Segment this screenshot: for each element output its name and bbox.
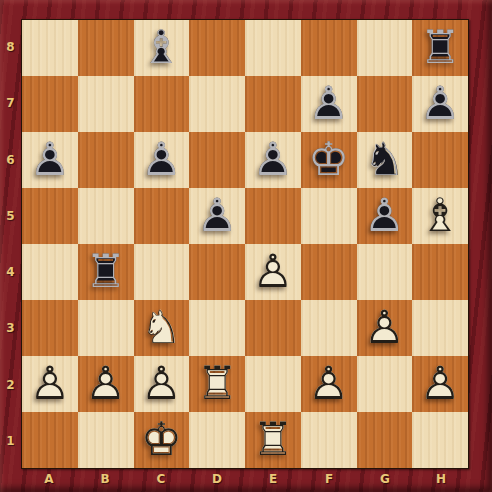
square-f3[interactable]: [301, 300, 357, 356]
square-e2[interactable]: [245, 356, 301, 412]
piece-black-pawn[interactable]: ♟♙: [189, 188, 245, 244]
square-a3[interactable]: [22, 300, 78, 356]
square-c1[interactable]: ♚♔: [134, 412, 190, 468]
piece-black-pawn[interactable]: ♟♙: [357, 188, 413, 244]
piece-white-pawn[interactable]: ♟♙: [134, 356, 190, 412]
square-g8[interactable]: [357, 20, 413, 76]
rank-label-3: 3: [0, 300, 21, 356]
pawn-glyph-outline: ♙: [412, 80, 468, 126]
square-b6[interactable]: [78, 132, 134, 188]
square-h4[interactable]: [412, 244, 468, 300]
square-c8[interactable]: ♝♗: [134, 20, 190, 76]
square-h5[interactable]: ♝♗: [412, 188, 468, 244]
square-a1[interactable]: [22, 412, 78, 468]
square-f6[interactable]: ♚♔: [301, 132, 357, 188]
piece-white-rook[interactable]: ♜♖: [245, 412, 301, 468]
square-g7[interactable]: [357, 76, 413, 132]
pawn-glyph-outline: ♙: [245, 136, 301, 182]
file-label-a: A: [21, 468, 77, 491]
chess-board-frame: ♝♗♜♖♟♙♟♙♟♙♟♙♟♙♚♔♞♘♟♙♟♙♝♗♜♖♟♙♞♘♟♙♟♙♟♙♟♙♜♖…: [0, 0, 492, 492]
square-e1[interactable]: ♜♖: [245, 412, 301, 468]
square-f7[interactable]: ♟♙: [301, 76, 357, 132]
rank-label-2: 2: [0, 357, 21, 413]
piece-black-pawn[interactable]: ♟♙: [134, 132, 190, 188]
square-g3[interactable]: ♟♙: [357, 300, 413, 356]
square-d4[interactable]: [189, 244, 245, 300]
square-d7[interactable]: [189, 76, 245, 132]
chess-board: ♝♗♜♖♟♙♟♙♟♙♟♙♟♙♚♔♞♘♟♙♟♙♝♗♜♖♟♙♞♘♟♙♟♙♟♙♟♙♜♖…: [21, 19, 469, 469]
rank-label-5: 5: [0, 188, 21, 244]
square-c5[interactable]: [134, 188, 190, 244]
rank-label-6: 6: [0, 132, 21, 188]
square-e6[interactable]: ♟♙: [245, 132, 301, 188]
piece-black-pawn[interactable]: ♟♙: [22, 132, 78, 188]
square-d1[interactable]: [189, 412, 245, 468]
piece-black-pawn[interactable]: ♟♙: [245, 132, 301, 188]
file-label-d: D: [189, 468, 245, 491]
pawn-glyph-outline: ♙: [412, 360, 468, 406]
square-h8[interactable]: ♜♖: [412, 20, 468, 76]
square-g1[interactable]: [357, 412, 413, 468]
rank-label-8: 8: [0, 19, 21, 75]
pawn-glyph-outline: ♙: [357, 304, 413, 350]
square-g4[interactable]: [357, 244, 413, 300]
square-g6[interactable]: ♞♘: [357, 132, 413, 188]
square-d2[interactable]: ♜♖: [189, 356, 245, 412]
piece-white-pawn[interactable]: ♟♙: [357, 300, 413, 356]
square-d8[interactable]: [189, 20, 245, 76]
square-e5[interactable]: [245, 188, 301, 244]
piece-black-rook[interactable]: ♜♖: [412, 20, 468, 76]
square-g5[interactable]: ♟♙: [357, 188, 413, 244]
pawn-glyph-outline: ♙: [134, 360, 190, 406]
rook-glyph-outline: ♖: [245, 416, 301, 462]
square-e4[interactable]: ♟♙: [245, 244, 301, 300]
file-label-f: F: [301, 468, 357, 491]
square-a5[interactable]: [22, 188, 78, 244]
king-glyph-outline: ♔: [301, 136, 357, 182]
square-c3[interactable]: ♞♘: [134, 300, 190, 356]
file-label-c: C: [133, 468, 189, 491]
square-a6[interactable]: ♟♙: [22, 132, 78, 188]
pawn-glyph-outline: ♙: [245, 248, 301, 294]
rank-label-4: 4: [0, 244, 21, 300]
square-a2[interactable]: ♟♙: [22, 356, 78, 412]
square-d6[interactable]: [189, 132, 245, 188]
piece-black-king[interactable]: ♚♔: [301, 132, 357, 188]
square-b8[interactable]: [78, 20, 134, 76]
rook-glyph-outline: ♖: [78, 248, 134, 294]
square-h6[interactable]: [412, 132, 468, 188]
piece-white-pawn[interactable]: ♟♙: [301, 356, 357, 412]
square-a8[interactable]: [22, 20, 78, 76]
square-b7[interactable]: [78, 76, 134, 132]
piece-black-pawn[interactable]: ♟♙: [301, 76, 357, 132]
rank-label-1: 1: [0, 413, 21, 469]
square-a4[interactable]: [22, 244, 78, 300]
square-f1[interactable]: [301, 412, 357, 468]
pawn-glyph-outline: ♙: [357, 192, 413, 238]
square-d5[interactable]: ♟♙: [189, 188, 245, 244]
square-e8[interactable]: [245, 20, 301, 76]
piece-white-king[interactable]: ♚♔: [134, 412, 190, 468]
pawn-glyph-outline: ♙: [22, 136, 78, 182]
rank-labels: 87654321: [0, 19, 21, 469]
square-b3[interactable]: [78, 300, 134, 356]
piece-black-bishop[interactable]: ♝♗: [134, 20, 190, 76]
rook-glyph-outline: ♖: [189, 360, 245, 406]
square-h2[interactable]: ♟♙: [412, 356, 468, 412]
rank-label-7: 7: [0, 75, 21, 131]
piece-white-pawn[interactable]: ♟♙: [22, 356, 78, 412]
square-d3[interactable]: [189, 300, 245, 356]
file-label-e: E: [245, 468, 301, 491]
bishop-glyph-outline: ♗: [134, 24, 190, 70]
square-f2[interactable]: ♟♙: [301, 356, 357, 412]
square-h7[interactable]: ♟♙: [412, 76, 468, 132]
file-labels: ABCDEFGH: [21, 468, 469, 491]
square-c4[interactable]: [134, 244, 190, 300]
square-h1[interactable]: [412, 412, 468, 468]
king-glyph-outline: ♔: [134, 416, 190, 462]
file-label-b: B: [77, 468, 133, 491]
square-e3[interactable]: [245, 300, 301, 356]
bishop-glyph-outline: ♗: [412, 192, 468, 238]
file-label-h: H: [413, 468, 469, 491]
piece-black-pawn[interactable]: ♟♙: [412, 76, 468, 132]
piece-white-rook[interactable]: ♜♖: [189, 356, 245, 412]
knight-glyph-outline: ♘: [134, 304, 190, 350]
piece-white-pawn[interactable]: ♟♙: [245, 244, 301, 300]
piece-white-pawn[interactable]: ♟♙: [412, 356, 468, 412]
square-a7[interactable]: [22, 76, 78, 132]
piece-black-knight[interactable]: ♞♘: [357, 132, 413, 188]
piece-white-pawn[interactable]: ♟♙: [78, 356, 134, 412]
square-f5[interactable]: [301, 188, 357, 244]
pawn-glyph-outline: ♙: [134, 136, 190, 182]
pawn-glyph-outline: ♙: [301, 360, 357, 406]
file-label-g: G: [357, 468, 413, 491]
square-b5[interactable]: [78, 188, 134, 244]
square-g2[interactable]: [357, 356, 413, 412]
square-c2[interactable]: ♟♙: [134, 356, 190, 412]
square-c6[interactable]: ♟♙: [134, 132, 190, 188]
pawn-glyph-outline: ♙: [22, 360, 78, 406]
square-b4[interactable]: ♜♖: [78, 244, 134, 300]
square-f4[interactable]: [301, 244, 357, 300]
square-c7[interactable]: [134, 76, 190, 132]
pawn-glyph-outline: ♙: [78, 360, 134, 406]
square-f8[interactable]: [301, 20, 357, 76]
square-e7[interactable]: [245, 76, 301, 132]
piece-black-rook[interactable]: ♜♖: [78, 244, 134, 300]
pawn-glyph-outline: ♙: [301, 80, 357, 126]
piece-white-bishop[interactable]: ♝♗: [412, 188, 468, 244]
pawn-glyph-outline: ♙: [189, 192, 245, 238]
square-h3[interactable]: [412, 300, 468, 356]
rook-glyph-outline: ♖: [412, 24, 468, 70]
piece-white-knight[interactable]: ♞♘: [134, 300, 190, 356]
square-b2[interactable]: ♟♙: [78, 356, 134, 412]
square-b1[interactable]: [78, 412, 134, 468]
knight-glyph-outline: ♘: [357, 136, 413, 182]
